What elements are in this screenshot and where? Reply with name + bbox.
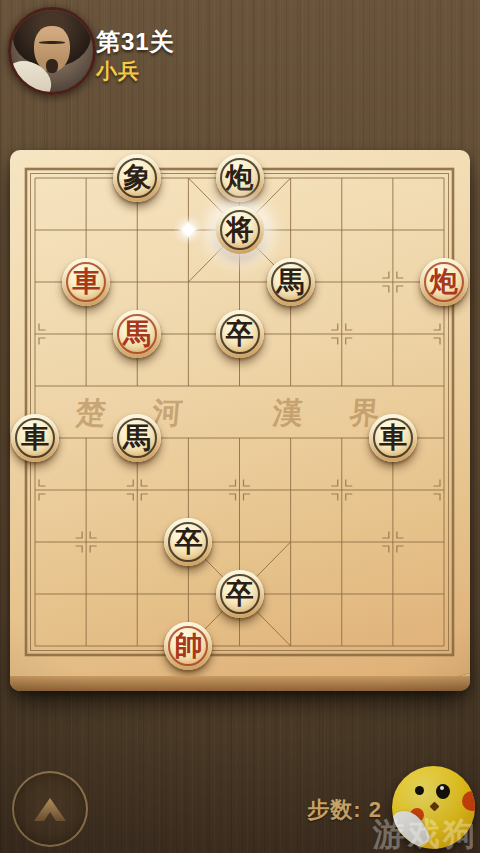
chevron-up-icon [14, 773, 86, 845]
avatar-goatee [46, 59, 57, 73]
game-screen: 第31关 小兵 楚 河 漢 界 象炮将車馬炮馬卒車馬車卒卒帥✦ 步数: 2 [0, 0, 480, 853]
board-edge [10, 676, 470, 691]
step-counter: 步数: 2 [307, 795, 382, 825]
piece-black-卒[interactable]: 卒 [216, 310, 264, 358]
chick-left-eye-icon [415, 786, 424, 795]
piece-black-車[interactable]: 車 [369, 414, 417, 462]
piece-black-馬[interactable]: 馬 [113, 414, 161, 462]
difficulty-label: 小兵 [96, 57, 140, 85]
chick-right-cheek [462, 791, 475, 811]
xiangqi-board[interactable]: 楚 河 漢 界 象炮将車馬炮馬卒車馬車卒卒帥✦ [10, 150, 470, 691]
chick-eye-glint [440, 786, 444, 790]
chick-mouth [430, 802, 440, 812]
step-counter-label: 步数: [307, 797, 361, 822]
piece-black-象[interactable]: 象 [113, 154, 161, 202]
piece-black-将[interactable]: 将 [216, 206, 264, 254]
piece-black-車[interactable]: 車 [11, 414, 59, 462]
level-title: 第31关 [96, 26, 175, 58]
piece-black-馬[interactable]: 馬 [267, 258, 315, 306]
piece-red-馬[interactable]: 馬 [113, 310, 161, 358]
piece-black-卒[interactable]: 卒 [216, 570, 264, 618]
player-avatar[interactable] [8, 7, 96, 95]
piece-red-炮[interactable]: 炮 [420, 258, 468, 306]
piece-black-炮[interactable]: 炮 [216, 154, 264, 202]
expand-menu-button[interactable] [12, 771, 88, 847]
piece-red-車[interactable]: 車 [62, 258, 110, 306]
site-watermark: 游戏狗 [373, 813, 478, 853]
